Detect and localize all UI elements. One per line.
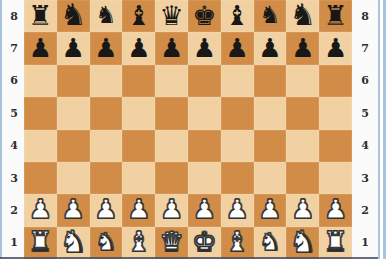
square-j5	[319, 97, 352, 129]
black-pawn: ♟	[193, 35, 216, 61]
square-b1: ♞	[57, 227, 90, 259]
black-pawn: ♟	[160, 35, 183, 61]
rank-label-1: 1	[2, 227, 26, 259]
white-pawn: ♟	[324, 196, 347, 222]
square-h7: ♟	[254, 32, 287, 64]
square-h3	[254, 162, 287, 194]
square-b5	[57, 97, 90, 129]
rank-label-5: 5	[2, 97, 26, 129]
square-g5	[221, 97, 254, 129]
black-archbishop: ♞	[95, 3, 117, 27]
square-d2: ♟	[122, 194, 155, 226]
square-h8: ♞	[254, 0, 287, 32]
square-g1: ♝	[221, 227, 254, 259]
square-b6	[57, 65, 90, 97]
black-bishop: ♝	[127, 2, 151, 29]
black-pawn: ♟	[258, 35, 281, 61]
rank-label-3: 3	[352, 162, 378, 194]
square-f2: ♟	[188, 194, 221, 226]
rank-label-8: 8	[352, 0, 378, 32]
square-h6	[254, 65, 287, 97]
square-j8: ♜	[319, 0, 352, 32]
rank-gutter-right: 87654321	[352, 0, 378, 259]
square-c2: ♟	[90, 194, 123, 226]
rank-gutter-left: 87654321	[0, 0, 26, 259]
rank-label-4: 4	[352, 130, 378, 162]
square-i4	[286, 130, 319, 162]
square-b8: ♞	[57, 0, 90, 32]
rank-label-7: 7	[352, 32, 378, 64]
white-pawn: ♟	[29, 196, 52, 222]
square-c5	[90, 97, 123, 129]
square-c6	[90, 65, 123, 97]
square-d5	[122, 97, 155, 129]
square-f3	[188, 162, 221, 194]
square-d7: ♟	[122, 32, 155, 64]
square-i7: ♟	[286, 32, 319, 64]
square-f5	[188, 97, 221, 129]
black-pawn: ♟	[226, 35, 249, 61]
white-pawn: ♟	[62, 196, 85, 222]
square-f6	[188, 65, 221, 97]
rank-label-3: 3	[2, 162, 26, 194]
white-pawn: ♟	[258, 196, 281, 222]
square-e3	[155, 162, 188, 194]
black-pawn: ♟	[62, 35, 85, 61]
square-e6	[155, 65, 188, 97]
square-g8: ♝	[221, 0, 254, 32]
page-frame-border	[378, 0, 386, 259]
rank-label-4: 4	[2, 130, 26, 162]
square-a3	[24, 162, 57, 194]
square-b3	[57, 162, 90, 194]
square-g3	[221, 162, 254, 194]
white-rook: ♜	[28, 228, 52, 255]
square-a4	[24, 130, 57, 162]
square-h2: ♟	[254, 194, 287, 226]
white-queen: ♛	[159, 228, 183, 255]
square-i8: ♞	[286, 0, 319, 32]
square-e5	[155, 97, 188, 129]
square-f4	[188, 130, 221, 162]
white-pawn: ♟	[226, 196, 249, 222]
white-king: ♚	[192, 228, 216, 255]
square-d3	[122, 162, 155, 194]
black-king: ♚	[192, 2, 216, 29]
white-pawn: ♟	[127, 196, 150, 222]
square-c3	[90, 162, 123, 194]
rank-label-8: 8	[2, 0, 26, 32]
square-d4	[122, 130, 155, 162]
chess-diagram: 87654321 ♜♞♞♝♛♚♝♞♞♜♟♟♟♟♟♟♟♟♟♟♟♟♟♟♟♟♟♟♟♟♜…	[0, 0, 386, 259]
square-b2: ♟	[57, 194, 90, 226]
black-pawn: ♟	[127, 35, 150, 61]
rank-label-5: 5	[352, 97, 378, 129]
square-a7: ♟	[24, 32, 57, 64]
square-f1: ♚	[188, 227, 221, 259]
square-j4	[319, 130, 352, 162]
square-a1: ♜	[24, 227, 57, 259]
rank-label-2: 2	[2, 194, 26, 226]
rank-label-2: 2	[352, 194, 378, 226]
square-f7: ♟	[188, 32, 221, 64]
square-i3	[286, 162, 319, 194]
rank-label-6: 6	[2, 65, 26, 97]
square-c4	[90, 130, 123, 162]
square-b7: ♟	[57, 32, 90, 64]
square-h4	[254, 130, 287, 162]
white-chancellor: ♞	[259, 230, 281, 254]
black-bishop: ♝	[225, 2, 249, 29]
white-archbishop: ♞	[95, 230, 117, 254]
black-rook: ♜	[323, 2, 347, 29]
square-a8: ♜	[24, 0, 57, 32]
square-j1: ♜	[319, 227, 352, 259]
white-bishop: ♝	[127, 228, 151, 255]
white-bishop: ♝	[225, 228, 249, 255]
white-pawn: ♟	[193, 196, 216, 222]
black-pawn: ♟	[29, 35, 52, 61]
square-i1: ♞	[286, 227, 319, 259]
square-j6	[319, 65, 352, 97]
square-e2: ♟	[155, 194, 188, 226]
square-g7: ♟	[221, 32, 254, 64]
rank-label-6: 6	[352, 65, 378, 97]
rank-label-1: 1	[352, 227, 378, 259]
square-b4	[57, 130, 90, 162]
square-d6	[122, 65, 155, 97]
rank-label-7: 7	[2, 32, 26, 64]
white-pawn: ♟	[94, 196, 117, 222]
black-pawn: ♟	[291, 35, 314, 61]
square-h5	[254, 97, 287, 129]
square-c8: ♞	[90, 0, 123, 32]
square-c1: ♞	[90, 227, 123, 259]
square-j3	[319, 162, 352, 194]
black-pawn: ♟	[94, 35, 117, 61]
square-a2: ♟	[24, 194, 57, 226]
square-c7: ♟	[90, 32, 123, 64]
square-a5	[24, 97, 57, 129]
square-f8: ♚	[188, 0, 221, 32]
white-knight: ♞	[60, 227, 87, 257]
black-queen: ♛	[159, 2, 183, 29]
black-chancellor: ♞	[259, 3, 281, 27]
square-g2: ♟	[221, 194, 254, 226]
square-g6	[221, 65, 254, 97]
black-knight: ♞	[289, 0, 316, 30]
square-e7: ♟	[155, 32, 188, 64]
white-pawn: ♟	[160, 196, 183, 222]
square-d1: ♝	[122, 227, 155, 259]
white-pawn: ♟	[291, 196, 314, 222]
square-i2: ♟	[286, 194, 319, 226]
board-grid: ♜♞♞♝♛♚♝♞♞♜♟♟♟♟♟♟♟♟♟♟♟♟♟♟♟♟♟♟♟♟♜♞♞♝♛♚♝♞♞♜	[24, 0, 352, 259]
square-j7: ♟	[319, 32, 352, 64]
square-e1: ♛	[155, 227, 188, 259]
square-j2: ♟	[319, 194, 352, 226]
square-i6	[286, 65, 319, 97]
square-h1: ♞	[254, 227, 287, 259]
black-rook: ♜	[28, 2, 52, 29]
white-knight: ♞	[289, 227, 316, 257]
square-a6	[24, 65, 57, 97]
black-pawn: ♟	[324, 35, 347, 61]
square-d8: ♝	[122, 0, 155, 32]
square-i5	[286, 97, 319, 129]
black-knight: ♞	[60, 0, 87, 30]
square-g4	[221, 130, 254, 162]
white-rook: ♜	[323, 228, 347, 255]
square-e4	[155, 130, 188, 162]
square-e8: ♛	[155, 0, 188, 32]
